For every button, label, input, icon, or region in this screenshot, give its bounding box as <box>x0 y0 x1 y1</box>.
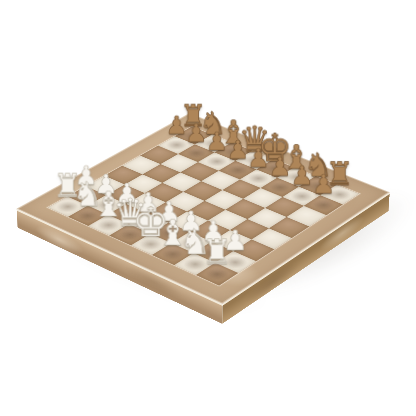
board-frame-surface: ♜♞♝♛♚♝♞♜♟♟♟♟♟♟♟♟♟♟♟♟♟♟♟♟♜♞♝♛♚♝♞♜ <box>16 113 389 304</box>
chess-board: ♜♞♝♛♚♝♞♜♟♟♟♟♟♟♟♟♟♟♟♟♟♟♟♟♜♞♝♛♚♝♞♜ <box>16 113 389 304</box>
piece-contact-shadow <box>285 188 319 205</box>
piece-white-pawn-a2: ♟ <box>63 152 111 194</box>
piece-brown-bishop-c8: ♝ <box>211 110 257 150</box>
piece-brown-bishop-f8: ♝ <box>273 134 320 175</box>
piece-contact-shadow <box>323 186 356 203</box>
piece-contact-shadow <box>280 169 313 185</box>
piece-brown-rook-a8: ♜ <box>171 94 216 134</box>
chess-set-photo: ♜♞♝♛♚♝♞♜♟♟♟♟♟♟♟♟♟♟♟♟♟♟♟♟♜♞♝♛♚♝♞♜ <box>0 0 416 416</box>
piece-brown-rook-h8: ♜ <box>316 151 364 193</box>
piece-brown-knight-g8: ♞ <box>294 142 341 183</box>
scene: ♜♞♝♛♚♝♞♜♟♟♟♟♟♟♟♟♟♟♟♟♟♟♟♟♜♞♝♛♚♝♞♜ <box>0 0 416 416</box>
piece-contact-shadow <box>70 187 104 204</box>
